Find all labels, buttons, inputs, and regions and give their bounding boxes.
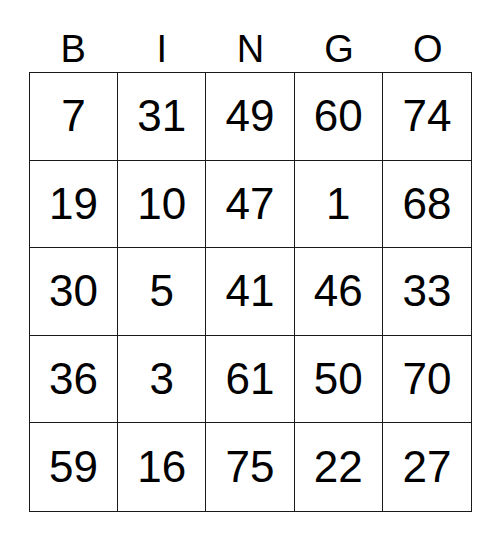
bingo-cell-r1c2[interactable]: 31 bbox=[118, 73, 206, 161]
bingo-card: B I N G O 7 31 49 60 74 19 10 47 1 68 30… bbox=[0, 0, 500, 544]
bingo-cell-r5c5[interactable]: 27 bbox=[383, 423, 471, 511]
bingo-cell-r5c4[interactable]: 22 bbox=[295, 423, 383, 511]
bingo-cell-r2c4[interactable]: 1 bbox=[295, 161, 383, 249]
bingo-cell-r5c3[interactable]: 75 bbox=[206, 423, 294, 511]
bingo-grid: 7 31 49 60 74 19 10 47 1 68 30 5 41 46 3… bbox=[29, 72, 472, 512]
bingo-cell-r1c3[interactable]: 49 bbox=[206, 73, 294, 161]
bingo-cell-r3c1[interactable]: 30 bbox=[30, 248, 118, 336]
bingo-cell-r3c4[interactable]: 46 bbox=[295, 248, 383, 336]
header-letter-g: G bbox=[295, 0, 384, 72]
bingo-cell-r1c5[interactable]: 74 bbox=[383, 73, 471, 161]
bingo-cell-r1c1[interactable]: 7 bbox=[30, 73, 118, 161]
header-letter-n: N bbox=[206, 0, 295, 72]
bingo-cell-r4c3[interactable]: 61 bbox=[206, 336, 294, 424]
bingo-cell-r5c1[interactable]: 59 bbox=[30, 423, 118, 511]
bingo-cell-r5c2[interactable]: 16 bbox=[118, 423, 206, 511]
bingo-cell-r4c1[interactable]: 36 bbox=[30, 336, 118, 424]
bingo-header: B I N G O bbox=[29, 0, 472, 72]
header-letter-b: B bbox=[29, 0, 118, 72]
bingo-cell-r4c5[interactable]: 70 bbox=[383, 336, 471, 424]
bingo-cell-r2c2[interactable]: 10 bbox=[118, 161, 206, 249]
header-letter-i: I bbox=[118, 0, 207, 72]
bingo-cell-r2c5[interactable]: 68 bbox=[383, 161, 471, 249]
bingo-cell-r4c2[interactable]: 3 bbox=[118, 336, 206, 424]
bingo-cell-r3c3[interactable]: 41 bbox=[206, 248, 294, 336]
bingo-cell-r2c3[interactable]: 47 bbox=[206, 161, 294, 249]
bingo-cell-r1c4[interactable]: 60 bbox=[295, 73, 383, 161]
bingo-cell-r2c1[interactable]: 19 bbox=[30, 161, 118, 249]
bingo-cell-r3c5[interactable]: 33 bbox=[383, 248, 471, 336]
header-letter-o: O bbox=[383, 0, 472, 72]
bingo-cell-r4c4[interactable]: 50 bbox=[295, 336, 383, 424]
bingo-cell-r3c2[interactable]: 5 bbox=[118, 248, 206, 336]
